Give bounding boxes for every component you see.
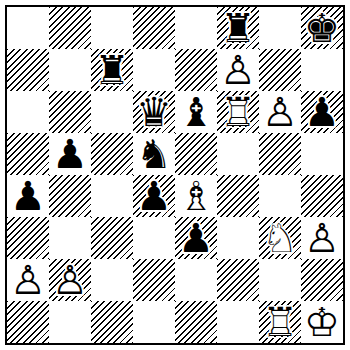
- black-pawn-h6[interactable]: ♟♟: [301, 91, 343, 133]
- square-d4[interactable]: ♟♟: [133, 175, 175, 217]
- piece-face: ♜: [91, 49, 133, 91]
- piece-face: ♙: [301, 217, 343, 259]
- black-pawn-b5[interactable]: ♟♟: [49, 133, 91, 175]
- square-e2[interactable]: [175, 259, 217, 301]
- square-c7[interactable]: ♜♜: [91, 49, 133, 91]
- square-e8[interactable]: [175, 7, 217, 49]
- square-g8[interactable]: [259, 7, 301, 49]
- square-c5[interactable]: [91, 133, 133, 175]
- square-d3[interactable]: [133, 217, 175, 259]
- square-a7[interactable]: [7, 49, 49, 91]
- black-queen-d6[interactable]: ♛♛: [133, 91, 175, 133]
- square-g4[interactable]: [259, 175, 301, 217]
- square-g3[interactable]: ♞♘: [259, 217, 301, 259]
- black-bishop-e6[interactable]: ♝♝: [175, 91, 217, 133]
- square-e5[interactable]: [175, 133, 217, 175]
- square-c1[interactable]: [91, 301, 133, 343]
- piece-face: ♜: [217, 7, 259, 49]
- chess-board: ♜♜♚♚♜♜♟♙♛♛♝♝♜♖♟♙♟♟♟♟♞♞♟♟♟♟♝♗♟♟♞♘♟♙♟♙♟♙♜♖…: [7, 7, 343, 343]
- square-c2[interactable]: [91, 259, 133, 301]
- piece-face: ♖: [259, 301, 301, 343]
- square-b1[interactable]: [49, 301, 91, 343]
- black-rook-c7[interactable]: ♜♜: [91, 49, 133, 91]
- piece-face: ♛: [133, 91, 175, 133]
- black-knight-d5[interactable]: ♞♞: [133, 133, 175, 175]
- square-e4[interactable]: ♝♗: [175, 175, 217, 217]
- piece-face: ♙: [259, 91, 301, 133]
- square-f1[interactable]: [217, 301, 259, 343]
- black-king-h8[interactable]: ♚♚: [301, 7, 343, 49]
- square-a1[interactable]: [7, 301, 49, 343]
- piece-face: ♙: [217, 49, 259, 91]
- square-a4[interactable]: ♟♟: [7, 175, 49, 217]
- square-b6[interactable]: [49, 91, 91, 133]
- square-b8[interactable]: [49, 7, 91, 49]
- white-knight-g3[interactable]: ♞♘: [259, 217, 301, 259]
- piece-face: ♖: [217, 91, 259, 133]
- piece-face: ♟: [175, 217, 217, 259]
- white-pawn-a2[interactable]: ♟♙: [7, 259, 49, 301]
- square-h8[interactable]: ♚♚: [301, 7, 343, 49]
- square-f8[interactable]: ♜♜: [217, 7, 259, 49]
- black-rook-f8[interactable]: ♜♜: [217, 7, 259, 49]
- square-c4[interactable]: [91, 175, 133, 217]
- white-pawn-f7[interactable]: ♟♙: [217, 49, 259, 91]
- white-pawn-h3[interactable]: ♟♙: [301, 217, 343, 259]
- square-b4[interactable]: [49, 175, 91, 217]
- piece-face: ♙: [7, 259, 49, 301]
- square-c8[interactable]: [91, 7, 133, 49]
- piece-face: ♟: [49, 133, 91, 175]
- piece-face: ♘: [259, 217, 301, 259]
- square-f3[interactable]: [217, 217, 259, 259]
- piece-face: ♝: [175, 91, 217, 133]
- square-h4[interactable]: [301, 175, 343, 217]
- white-king-h1[interactable]: ♚♔: [301, 301, 343, 343]
- square-e7[interactable]: [175, 49, 217, 91]
- square-g6[interactable]: ♟♙: [259, 91, 301, 133]
- square-f7[interactable]: ♟♙: [217, 49, 259, 91]
- square-b7[interactable]: [49, 49, 91, 91]
- square-c6[interactable]: [91, 91, 133, 133]
- piece-face: ♚: [301, 7, 343, 49]
- piece-face: ♞: [133, 133, 175, 175]
- square-h5[interactable]: [301, 133, 343, 175]
- chess-diagram-page: { "game": "chess", "position": { "fen": …: [0, 0, 350, 350]
- square-d7[interactable]: [133, 49, 175, 91]
- square-h7[interactable]: [301, 49, 343, 91]
- square-g7[interactable]: [259, 49, 301, 91]
- square-h3[interactable]: ♟♙: [301, 217, 343, 259]
- square-g1[interactable]: ♜♖: [259, 301, 301, 343]
- square-d6[interactable]: ♛♛: [133, 91, 175, 133]
- white-pawn-g6[interactable]: ♟♙: [259, 91, 301, 133]
- square-e6[interactable]: ♝♝: [175, 91, 217, 133]
- square-f6[interactable]: ♜♖: [217, 91, 259, 133]
- square-a8[interactable]: [7, 7, 49, 49]
- square-a6[interactable]: [7, 91, 49, 133]
- white-bishop-e4[interactable]: ♝♗: [175, 175, 217, 217]
- piece-face: ♟: [7, 175, 49, 217]
- square-b3[interactable]: [49, 217, 91, 259]
- square-c3[interactable]: [91, 217, 133, 259]
- square-f5[interactable]: [217, 133, 259, 175]
- square-a3[interactable]: [7, 217, 49, 259]
- square-e1[interactable]: [175, 301, 217, 343]
- white-rook-g1[interactable]: ♜♖: [259, 301, 301, 343]
- square-d5[interactable]: ♞♞: [133, 133, 175, 175]
- piece-face: ♙: [49, 259, 91, 301]
- black-pawn-a4[interactable]: ♟♟: [7, 175, 49, 217]
- square-a2[interactable]: ♟♙: [7, 259, 49, 301]
- square-b2[interactable]: ♟♙: [49, 259, 91, 301]
- square-f2[interactable]: [217, 259, 259, 301]
- square-h6[interactable]: ♟♟: [301, 91, 343, 133]
- chess-board-frame: ♜♜♚♚♜♜♟♙♛♛♝♝♜♖♟♙♟♟♟♟♞♞♟♟♟♟♝♗♟♟♞♘♟♙♟♙♟♙♜♖…: [5, 5, 345, 345]
- white-pawn-b2[interactable]: ♟♙: [49, 259, 91, 301]
- white-rook-f6[interactable]: ♜♖: [217, 91, 259, 133]
- square-f4[interactable]: [217, 175, 259, 217]
- black-pawn-e3[interactable]: ♟♟: [175, 217, 217, 259]
- piece-face: ♗: [175, 175, 217, 217]
- square-g5[interactable]: [259, 133, 301, 175]
- square-e3[interactable]: ♟♟: [175, 217, 217, 259]
- square-d1[interactable]: [133, 301, 175, 343]
- square-g2[interactable]: [259, 259, 301, 301]
- square-a5[interactable]: [7, 133, 49, 175]
- piece-face: ♟: [133, 175, 175, 217]
- square-d8[interactable]: [133, 7, 175, 49]
- square-b5[interactable]: ♟♟: [49, 133, 91, 175]
- piece-face: ♟: [301, 91, 343, 133]
- square-d2[interactable]: [133, 259, 175, 301]
- piece-face: ♔: [301, 301, 343, 343]
- square-h1[interactable]: ♚♔: [301, 301, 343, 343]
- square-h2[interactable]: [301, 259, 343, 301]
- black-pawn-d4[interactable]: ♟♟: [133, 175, 175, 217]
